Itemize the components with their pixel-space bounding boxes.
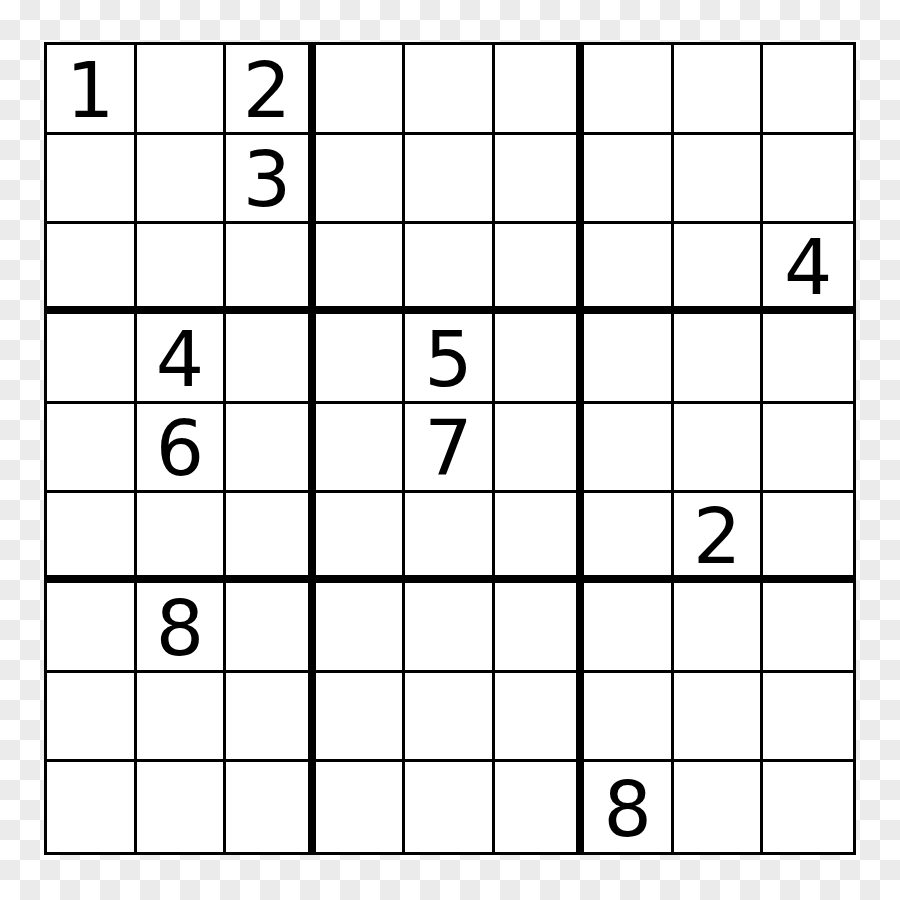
cell-r8c5[interactable] — [405, 673, 495, 763]
cell-r5c6[interactable] — [495, 404, 585, 494]
cell-r7c6[interactable] — [495, 583, 585, 673]
cell-r5c7[interactable] — [584, 404, 674, 494]
cell-r3c2[interactable] — [137, 224, 227, 314]
cell-r9c5[interactable] — [405, 762, 495, 852]
cell-r2c2[interactable] — [137, 135, 227, 225]
cell-r1c4[interactable] — [316, 45, 406, 135]
cell-r8c8[interactable] — [674, 673, 764, 763]
cell-r4c2[interactable]: 4 — [137, 314, 227, 404]
cell-r6c3[interactable] — [226, 493, 316, 583]
cell-r1c5[interactable] — [405, 45, 495, 135]
cell-r1c6[interactable] — [495, 45, 585, 135]
cell-r5c8[interactable] — [674, 404, 764, 494]
cell-r2c8[interactable] — [674, 135, 764, 225]
cell-r8c7[interactable] — [584, 673, 674, 763]
cell-r2c4[interactable] — [316, 135, 406, 225]
cell-r7c8[interactable] — [674, 583, 764, 673]
cell-r9c6[interactable] — [495, 762, 585, 852]
sudoku-board: 12344567288 — [44, 42, 856, 855]
cell-r5c2[interactable]: 6 — [137, 404, 227, 494]
cell-r6c2[interactable] — [137, 493, 227, 583]
cell-r8c6[interactable] — [495, 673, 585, 763]
cell-r4c3[interactable] — [226, 314, 316, 404]
cell-r6c9[interactable] — [763, 493, 853, 583]
cell-r7c9[interactable] — [763, 583, 853, 673]
cell-r4c8[interactable] — [674, 314, 764, 404]
cell-r1c9[interactable] — [763, 45, 853, 135]
cell-r7c5[interactable] — [405, 583, 495, 673]
cell-r3c8[interactable] — [674, 224, 764, 314]
cell-r6c6[interactable] — [495, 493, 585, 583]
cell-r3c6[interactable] — [495, 224, 585, 314]
cell-r4c9[interactable] — [763, 314, 853, 404]
cell-r1c3[interactable]: 2 — [226, 45, 316, 135]
page-background: { "game": "sudoku", "position": "1020000… — [0, 0, 900, 900]
cell-r3c4[interactable] — [316, 224, 406, 314]
cell-r6c1[interactable] — [47, 493, 137, 583]
cell-r8c1[interactable] — [47, 673, 137, 763]
cell-r2c9[interactable] — [763, 135, 853, 225]
cell-r9c4[interactable] — [316, 762, 406, 852]
cell-r4c6[interactable] — [495, 314, 585, 404]
cell-r7c3[interactable] — [226, 583, 316, 673]
cell-r1c7[interactable] — [584, 45, 674, 135]
cell-r2c3[interactable]: 3 — [226, 135, 316, 225]
cell-r3c9[interactable]: 4 — [763, 224, 853, 314]
cell-r9c7[interactable]: 8 — [584, 762, 674, 852]
cell-r4c7[interactable] — [584, 314, 674, 404]
cell-r3c3[interactable] — [226, 224, 316, 314]
cell-r8c3[interactable] — [226, 673, 316, 763]
cell-r7c2[interactable]: 8 — [137, 583, 227, 673]
cell-r9c3[interactable] — [226, 762, 316, 852]
cell-r7c1[interactable] — [47, 583, 137, 673]
cell-r1c1[interactable]: 1 — [47, 45, 137, 135]
cell-r6c5[interactable] — [405, 493, 495, 583]
cell-r1c2[interactable] — [137, 45, 227, 135]
cell-r9c1[interactable] — [47, 762, 137, 852]
cell-r4c4[interactable] — [316, 314, 406, 404]
cell-r9c2[interactable] — [137, 762, 227, 852]
cell-r4c5[interactable]: 5 — [405, 314, 495, 404]
cell-r5c3[interactable] — [226, 404, 316, 494]
cell-r8c2[interactable] — [137, 673, 227, 763]
cell-r3c5[interactable] — [405, 224, 495, 314]
cell-r5c9[interactable] — [763, 404, 853, 494]
cell-r7c4[interactable] — [316, 583, 406, 673]
cell-r9c8[interactable] — [674, 762, 764, 852]
cell-r8c9[interactable] — [763, 673, 853, 763]
cell-r2c6[interactable] — [495, 135, 585, 225]
cell-r3c1[interactable] — [47, 224, 137, 314]
cell-r6c8[interactable]: 2 — [674, 493, 764, 583]
cell-r6c4[interactable] — [316, 493, 406, 583]
cell-r1c8[interactable] — [674, 45, 764, 135]
cell-r5c1[interactable] — [47, 404, 137, 494]
cell-r2c7[interactable] — [584, 135, 674, 225]
cell-r7c7[interactable] — [584, 583, 674, 673]
cell-r4c1[interactable] — [47, 314, 137, 404]
cell-r2c5[interactable] — [405, 135, 495, 225]
cell-r9c9[interactable] — [763, 762, 853, 852]
cell-r5c5[interactable]: 7 — [405, 404, 495, 494]
cell-r2c1[interactable] — [47, 135, 137, 225]
cell-r5c4[interactable] — [316, 404, 406, 494]
cell-r8c4[interactable] — [316, 673, 406, 763]
cell-r6c7[interactable] — [584, 493, 674, 583]
cell-r3c7[interactable] — [584, 224, 674, 314]
